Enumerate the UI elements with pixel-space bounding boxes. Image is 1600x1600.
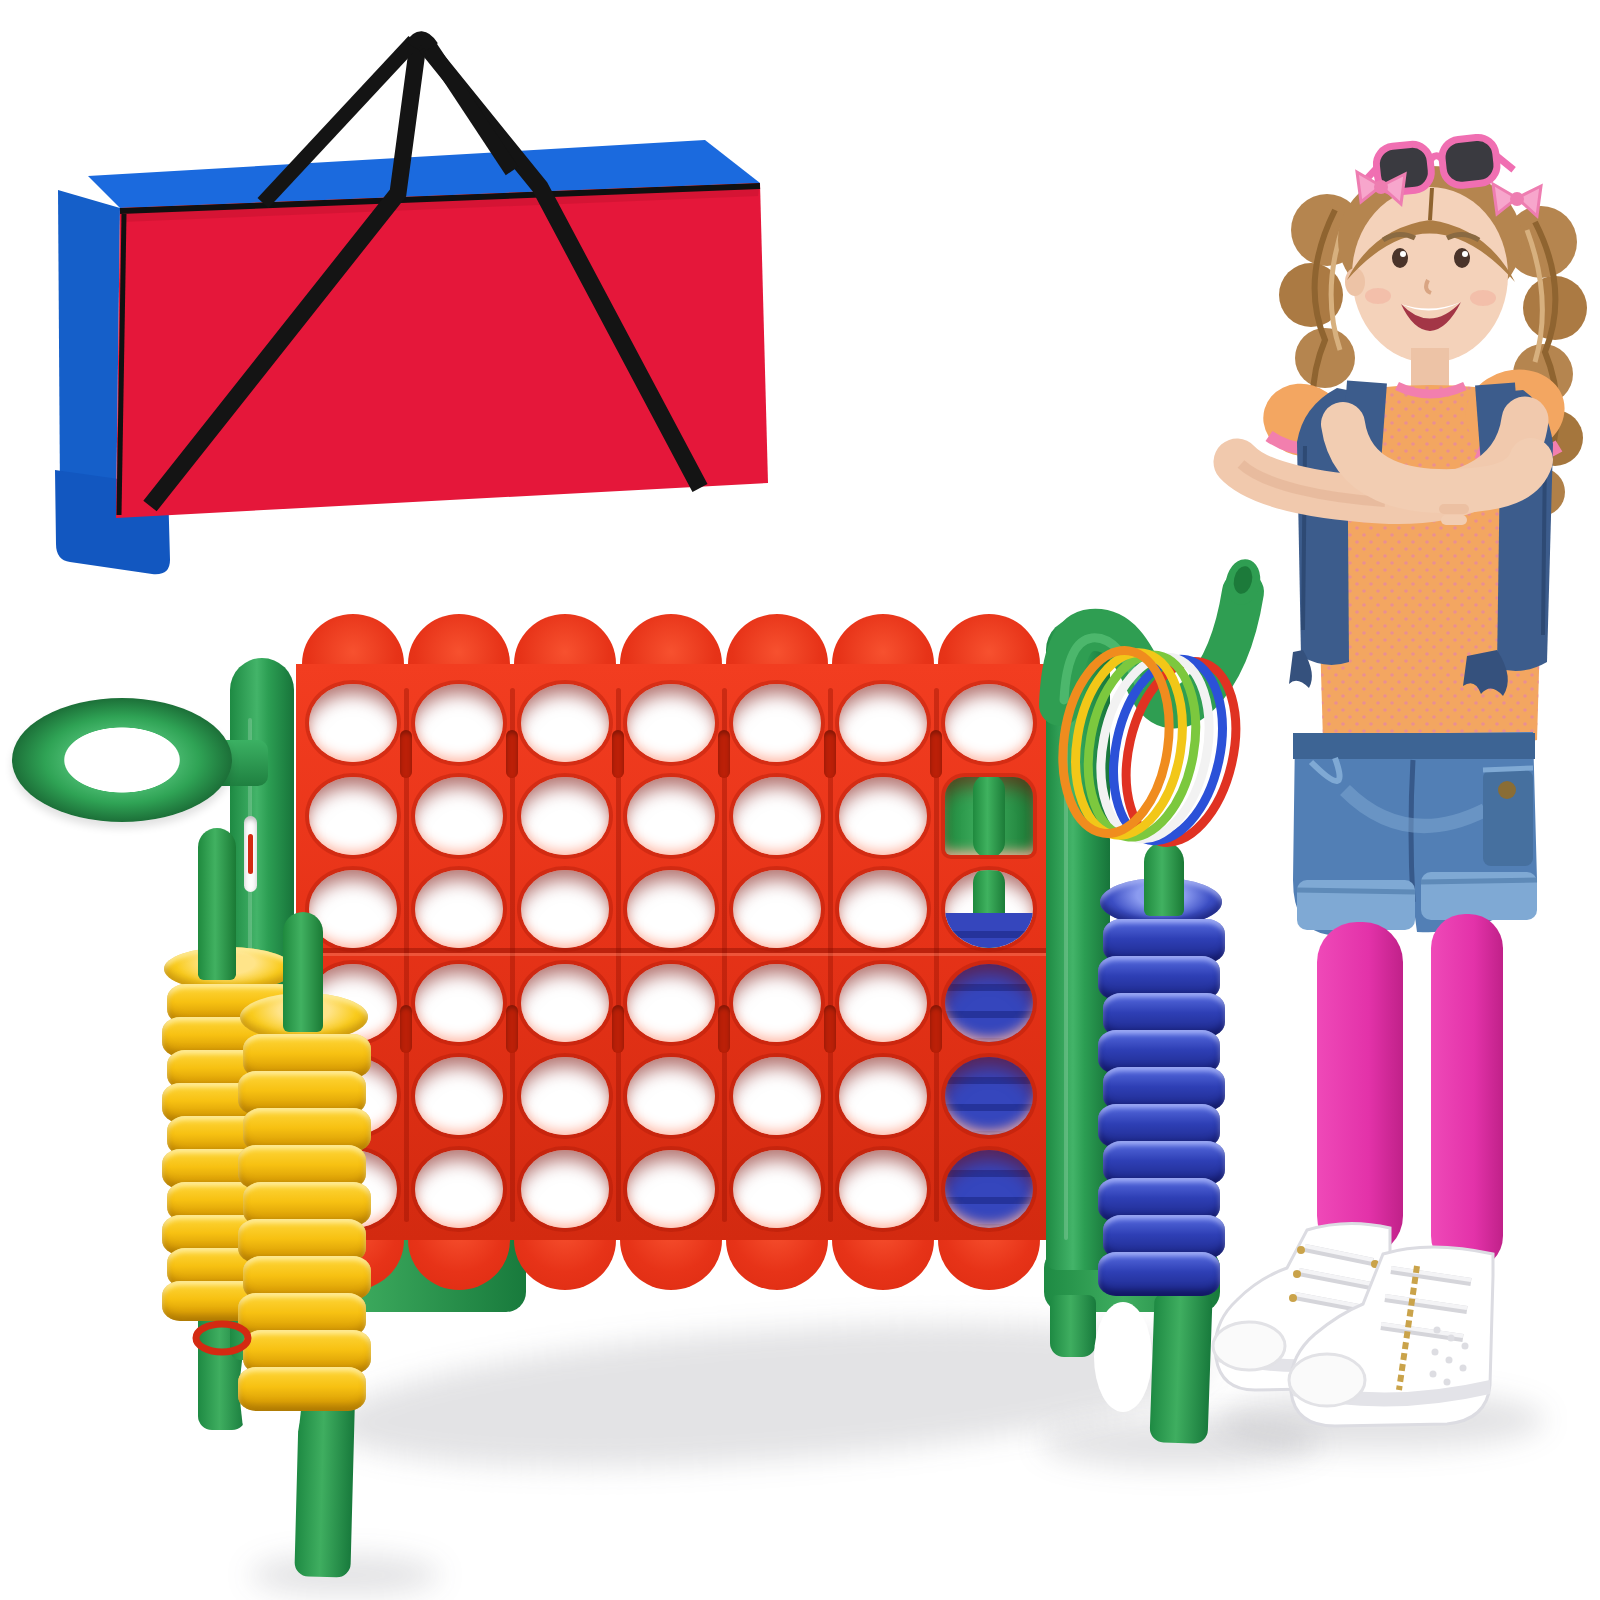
board-cell-c5r5[interactable]: [724, 1049, 830, 1142]
board-hole: [839, 1150, 927, 1228]
board-cell-c3r6[interactable]: [512, 1143, 618, 1236]
yellow-disc[interactable]: [238, 1367, 366, 1411]
board-cell-c5r2[interactable]: [724, 769, 830, 862]
yellow-peg-front: [283, 912, 323, 1032]
board-hole: [521, 870, 609, 948]
basketball-hoop-ring[interactable]: [12, 698, 232, 822]
board-cell-c7r3[interactable]: [936, 863, 1042, 956]
bag-front-panel: [116, 183, 768, 518]
right-leg-back-foot: [1050, 1295, 1096, 1357]
board-hole: [521, 964, 609, 1042]
board-cell-c5r4[interactable]: [724, 956, 830, 1049]
board-cell-c6r3[interactable]: [830, 863, 936, 956]
ear-icon: [1345, 268, 1365, 296]
board-cell-c1r1[interactable]: [300, 676, 406, 769]
board-hole: [415, 1150, 503, 1228]
board-hole: [627, 1150, 715, 1228]
carrying-bag: [0, 0, 820, 640]
post-slot: [244, 816, 257, 892]
board-cell-c4r2[interactable]: [618, 769, 724, 862]
board-cell-c4r5[interactable]: [618, 1049, 724, 1142]
board-cell-c2r5[interactable]: [406, 1049, 512, 1142]
board-cell-c5r1[interactable]: [724, 676, 830, 769]
board-cell-c6r1[interactable]: [830, 676, 936, 769]
board-cell-c6r5[interactable]: [830, 1049, 936, 1142]
denim-shorts: [1293, 732, 1537, 935]
board-hole: [627, 870, 715, 948]
board-cell-c4r4[interactable]: [618, 956, 724, 1049]
board-cell-c3r5[interactable]: [512, 1049, 618, 1142]
board-hole: [839, 964, 927, 1042]
pink-tights: [1317, 914, 1503, 1270]
board-cell-c6r6[interactable]: [830, 1143, 936, 1236]
board-cell-c4r6[interactable]: [618, 1143, 724, 1236]
hand-fingers: [1437, 492, 1471, 525]
board-hole: [627, 964, 715, 1042]
board-cell-c3r3[interactable]: [512, 863, 618, 956]
board-hole: [415, 1057, 503, 1135]
board-cell-c7r1[interactable]: [936, 676, 1042, 769]
board-cell-c2r1[interactable]: [406, 676, 512, 769]
bag-side-panel: [58, 190, 120, 518]
product-scene: [0, 0, 1600, 1600]
board-hole: [839, 1057, 927, 1135]
yellow-peg-back: [198, 828, 236, 980]
board-hole: [945, 870, 1033, 948]
board-cell-c6r4[interactable]: [830, 956, 936, 1049]
board-hole: [733, 1150, 821, 1228]
board-cell-c5r3[interactable]: [724, 863, 830, 956]
board-hole: [309, 777, 397, 855]
yellow-disc-stack-front[interactable]: [240, 993, 368, 1411]
board-hole: [839, 684, 927, 762]
board-hole: [839, 777, 927, 855]
board-hole: [733, 964, 821, 1042]
board-cell-c2r2[interactable]: [406, 769, 512, 862]
child: [1185, 90, 1600, 1450]
board-hole: [521, 1150, 609, 1228]
board-cell-c7r5[interactable]: [936, 1049, 1042, 1142]
board-cell-c4r3[interactable]: [618, 863, 724, 956]
post-groove: [1064, 678, 1068, 1240]
board-hole: [415, 684, 503, 762]
board-hole: [415, 964, 503, 1042]
hair-bow-right: [1493, 184, 1541, 216]
board-hole: [309, 684, 397, 762]
board-hole: [627, 777, 715, 855]
board-cell-c7r4[interactable]: [936, 956, 1042, 1049]
board-hole: [733, 870, 821, 948]
right-leg-arch: [1094, 1302, 1152, 1412]
board-cell-c7r2[interactable]: [936, 769, 1042, 862]
board-hole: [521, 1057, 609, 1135]
board-cell-c6r2[interactable]: [830, 769, 936, 862]
board-hole: [945, 777, 1033, 855]
board-cell-c2r6[interactable]: [406, 1143, 512, 1236]
blue-peg: [1144, 842, 1184, 916]
bag-handle-right: [430, 47, 512, 171]
board-hole: [945, 964, 1033, 1042]
bag-handle-grip: [412, 38, 432, 47]
board-hole: [521, 777, 609, 855]
board-grid: [300, 676, 1042, 1236]
board-hole: [945, 684, 1033, 762]
board-cell-c3r2[interactable]: [512, 769, 618, 862]
board-hole: [733, 684, 821, 762]
board-hole: [945, 1150, 1033, 1228]
board-hole: [415, 870, 503, 948]
board-cell-c7r6[interactable]: [936, 1143, 1042, 1236]
board-cell-c2r4[interactable]: [406, 956, 512, 1049]
board-cell-c1r2[interactable]: [300, 769, 406, 862]
board-hole: [839, 870, 927, 948]
board-cell-c2r3[interactable]: [406, 863, 512, 956]
board-cell-c3r4[interactable]: [512, 956, 618, 1049]
board-hole: [733, 777, 821, 855]
board-cell-c4r1[interactable]: [618, 676, 724, 769]
board-cell-c3r1[interactable]: [512, 676, 618, 769]
board-hole: [627, 1057, 715, 1135]
board-hole: [733, 1057, 821, 1135]
board-hole: [415, 777, 503, 855]
board-cell-c5r6[interactable]: [724, 1143, 830, 1236]
board-hole: [627, 684, 715, 762]
neck: [1411, 348, 1449, 388]
board-hole: [945, 1057, 1033, 1135]
board-hole: [521, 684, 609, 762]
